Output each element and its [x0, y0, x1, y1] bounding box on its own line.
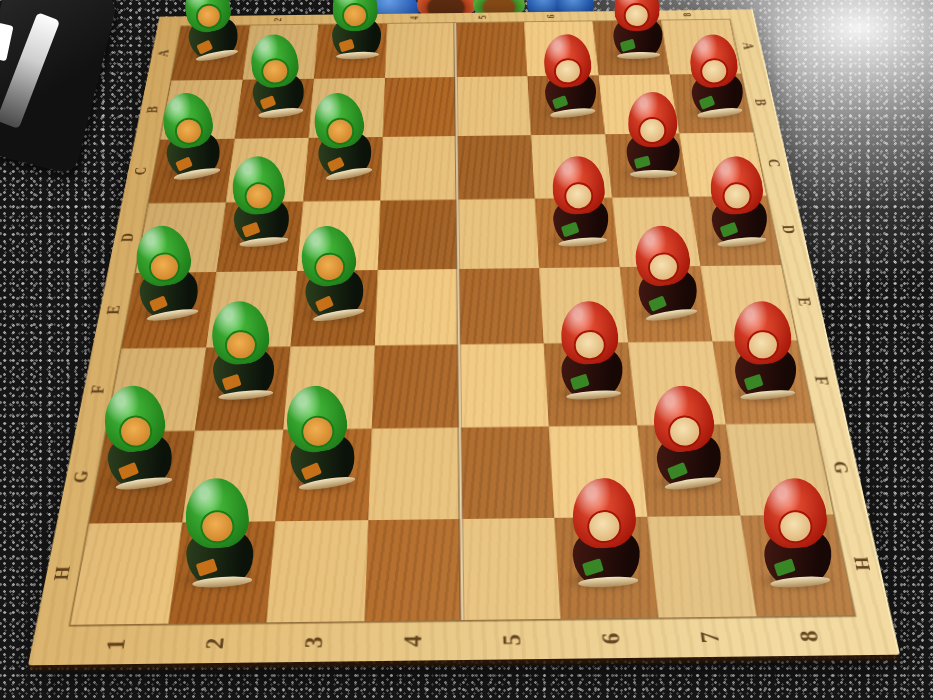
square-C4[interactable] — [380, 136, 457, 201]
matryoshka-doll — [611, 0, 665, 60]
rank-label-left-A: A — [153, 50, 173, 57]
matryoshka-doll — [729, 299, 800, 403]
file-label-bottom-3: 3 — [299, 636, 329, 648]
checker-piece-red-b8[interactable] — [693, 34, 746, 117]
checker-piece-green-c1[interactable] — [169, 92, 224, 178]
square-D5[interactable] — [458, 199, 539, 269]
square-H4[interactable] — [364, 519, 462, 622]
file-label-bottom-7: 7 — [695, 632, 726, 644]
rank-label-left-G: G — [68, 470, 94, 483]
checker-piece-green-e3[interactable] — [308, 225, 368, 319]
rank-label-right-D: D — [777, 225, 799, 234]
checker-piece-red-d8[interactable] — [713, 156, 771, 246]
matryoshka-doll — [227, 153, 294, 248]
square-G5[interactable] — [460, 426, 554, 519]
rank-label-right-B: B — [751, 99, 771, 106]
matryoshka-doll — [245, 31, 308, 119]
doll-base-ring — [630, 170, 678, 179]
photo-stage: 1122334455667788AABBCCDDEEFFGGHH — [0, 0, 933, 700]
matryoshka-doll — [206, 299, 277, 403]
matryoshka-doll — [625, 92, 682, 179]
checker-piece-red-c7[interactable] — [626, 92, 681, 178]
checker-piece-green-h2[interactable] — [187, 478, 257, 587]
file-label-bottom-4: 4 — [398, 635, 428, 647]
matryoshka-doll — [683, 31, 746, 119]
file-label-top-2: 2 — [271, 18, 285, 22]
checker-piece-green-g3[interactable] — [293, 385, 359, 488]
square-E5[interactable] — [458, 268, 543, 345]
square-G4[interactable] — [368, 428, 461, 521]
file-label-bottom-6: 6 — [596, 633, 627, 645]
rank-label-right-F: F — [810, 376, 834, 385]
checker-piece-green-b2[interactable] — [254, 34, 307, 117]
checker-piece-green-a3[interactable] — [332, 0, 383, 59]
matryoshka-doll — [759, 475, 836, 588]
square-B4[interactable] — [383, 77, 457, 137]
rank-label-left-H: H — [48, 566, 76, 580]
matryoshka-doll — [568, 476, 643, 588]
matryoshka-doll — [546, 154, 611, 249]
matryoshka-doll — [328, 0, 383, 61]
file-label-top-4: 4 — [408, 16, 422, 20]
matryoshka-doll — [646, 381, 726, 493]
checker-piece-green-c3[interactable] — [321, 92, 376, 178]
square-C5[interactable] — [457, 135, 535, 200]
file-label-bottom-8: 8 — [794, 630, 826, 642]
square-H1[interactable] — [70, 522, 182, 625]
checker-piece-red-d6[interactable] — [554, 156, 612, 246]
matryoshka-doll — [180, 475, 257, 588]
matryoshka-doll — [556, 299, 626, 402]
file-label-top-6: 6 — [544, 15, 558, 19]
rank-label-right-G: G — [828, 461, 854, 474]
checker-piece-green-g1[interactable] — [110, 385, 176, 488]
matryoshka-doll — [538, 31, 599, 119]
matryoshka-doll — [97, 381, 177, 493]
file-label-top-5: 5 — [476, 15, 490, 19]
doll-base-ring — [617, 51, 661, 60]
checker-piece-red-f8[interactable] — [736, 301, 799, 399]
file-label-bottom-1: 1 — [100, 639, 132, 651]
square-H7[interactable] — [647, 516, 756, 618]
square-D4[interactable] — [378, 200, 459, 270]
square-F4[interactable] — [372, 344, 461, 428]
square-A4[interactable] — [385, 23, 456, 78]
checker-piece-green-f2[interactable] — [214, 301, 277, 399]
rank-label-right-H: H — [848, 556, 876, 570]
square-A5[interactable] — [456, 22, 528, 77]
checker-piece-red-g7[interactable] — [659, 385, 725, 488]
square-E4[interactable] — [375, 269, 459, 346]
checker-piece-red-e7[interactable] — [641, 225, 701, 319]
file-label-bottom-2: 2 — [200, 638, 231, 650]
matryoshka-doll — [704, 153, 771, 248]
file-label-bottom-5: 5 — [497, 634, 527, 646]
rank-label-left-E: E — [102, 305, 125, 314]
checker-piece-green-e1[interactable] — [142, 225, 202, 319]
checker-piece-red-h8[interactable] — [765, 478, 835, 587]
square-H5[interactable] — [461, 518, 560, 621]
square-F5[interactable] — [459, 343, 548, 427]
checker-piece-green-d2[interactable] — [235, 156, 293, 246]
square-B5[interactable] — [456, 76, 531, 136]
square-H3[interactable] — [266, 520, 368, 623]
file-label-top-8: 8 — [680, 13, 694, 17]
checker-piece-red-b6[interactable] — [546, 34, 599, 117]
rank-label-left-C: C — [130, 167, 151, 175]
checker-piece-red-f6[interactable] — [562, 301, 625, 399]
checker-piece-red-h6[interactable] — [573, 478, 643, 587]
checker-piece-green-a1[interactable] — [191, 0, 242, 59]
checker-piece-red-a7[interactable] — [613, 0, 664, 59]
